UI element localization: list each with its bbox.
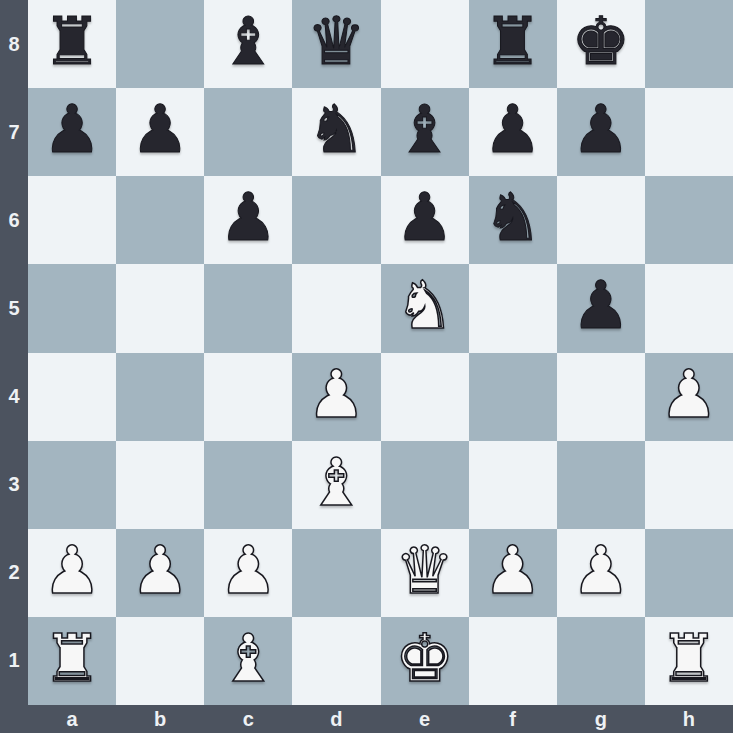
square-e7[interactable]: ♝ <box>381 88 469 176</box>
white-pawn-f2[interactable]: ♟ <box>483 538 542 604</box>
file-label-e: e <box>381 705 469 733</box>
square-h3[interactable] <box>645 441 733 529</box>
square-g5[interactable]: ♟ <box>557 264 645 352</box>
square-a5[interactable] <box>28 264 116 352</box>
rank-label-4: 4 <box>0 353 28 441</box>
white-bishop-d3[interactable]: ♝ <box>307 450 366 516</box>
black-pawn-g5[interactable]: ♟ <box>571 273 630 339</box>
square-h7[interactable] <box>645 88 733 176</box>
square-a4[interactable] <box>28 353 116 441</box>
black-knight-d7[interactable]: ♞ <box>307 97 366 163</box>
square-b6[interactable] <box>116 176 204 264</box>
square-f7[interactable]: ♟ <box>469 88 557 176</box>
black-queen-d8[interactable]: ♛ <box>307 9 366 75</box>
square-c4[interactable] <box>204 353 292 441</box>
square-f6[interactable]: ♞ <box>469 176 557 264</box>
black-knight-f6[interactable]: ♞ <box>483 185 542 251</box>
white-rook-h1[interactable]: ♜ <box>659 626 718 692</box>
square-c1[interactable]: ♝ <box>204 617 292 705</box>
square-d8[interactable]: ♛ <box>292 0 380 88</box>
file-label-f: f <box>469 705 557 733</box>
black-pawn-c6[interactable]: ♟ <box>219 185 278 251</box>
square-c7[interactable] <box>204 88 292 176</box>
white-queen-e2[interactable]: ♛ <box>395 538 454 604</box>
corner-cell <box>0 705 28 733</box>
square-c3[interactable] <box>204 441 292 529</box>
square-e3[interactable] <box>381 441 469 529</box>
square-d1[interactable] <box>292 617 380 705</box>
square-e5[interactable]: ♞ <box>381 264 469 352</box>
square-e1[interactable]: ♚ <box>381 617 469 705</box>
square-b4[interactable] <box>116 353 204 441</box>
square-a1[interactable]: ♜ <box>28 617 116 705</box>
white-knight-e5[interactable]: ♞ <box>395 273 454 339</box>
square-b1[interactable] <box>116 617 204 705</box>
square-g4[interactable] <box>557 353 645 441</box>
square-a3[interactable] <box>28 441 116 529</box>
square-g7[interactable]: ♟ <box>557 88 645 176</box>
black-pawn-g7[interactable]: ♟ <box>571 97 630 163</box>
rank-label-8: 8 <box>0 0 28 88</box>
square-c2[interactable]: ♟ <box>204 529 292 617</box>
rank-label-3: 3 <box>0 441 28 529</box>
square-a6[interactable] <box>28 176 116 264</box>
square-d6[interactable] <box>292 176 380 264</box>
square-h6[interactable] <box>645 176 733 264</box>
black-bishop-c8[interactable]: ♝ <box>219 9 278 75</box>
file-label-h: h <box>645 705 733 733</box>
square-d5[interactable] <box>292 264 380 352</box>
black-pawn-b7[interactable]: ♟ <box>131 97 190 163</box>
square-a7[interactable]: ♟ <box>28 88 116 176</box>
file-label-d: d <box>292 705 380 733</box>
square-f3[interactable] <box>469 441 557 529</box>
square-b7[interactable]: ♟ <box>116 88 204 176</box>
square-e6[interactable]: ♟ <box>381 176 469 264</box>
square-g1[interactable] <box>557 617 645 705</box>
square-a2[interactable]: ♟ <box>28 529 116 617</box>
black-king-g8[interactable]: ♚ <box>571 9 630 75</box>
rank-label-2: 2 <box>0 529 28 617</box>
square-h8[interactable] <box>645 0 733 88</box>
square-g2[interactable]: ♟ <box>557 529 645 617</box>
square-f1[interactable] <box>469 617 557 705</box>
white-pawn-g2[interactable]: ♟ <box>571 538 630 604</box>
black-pawn-f7[interactable]: ♟ <box>483 97 542 163</box>
white-pawn-a2[interactable]: ♟ <box>42 538 101 604</box>
white-pawn-h4[interactable]: ♟ <box>659 362 718 428</box>
square-c6[interactable]: ♟ <box>204 176 292 264</box>
square-e8[interactable] <box>381 0 469 88</box>
white-rook-a1[interactable]: ♜ <box>42 626 101 692</box>
rank-label-7: 7 <box>0 88 28 176</box>
white-king-e1[interactable]: ♚ <box>395 626 454 692</box>
square-h1[interactable]: ♜ <box>645 617 733 705</box>
square-b2[interactable]: ♟ <box>116 529 204 617</box>
square-b8[interactable] <box>116 0 204 88</box>
rank-label-6: 6 <box>0 176 28 264</box>
square-d3[interactable]: ♝ <box>292 441 380 529</box>
square-d2[interactable] <box>292 529 380 617</box>
square-g3[interactable] <box>557 441 645 529</box>
white-pawn-d4[interactable]: ♟ <box>307 362 366 428</box>
square-e2[interactable]: ♛ <box>381 529 469 617</box>
white-pawn-c2[interactable]: ♟ <box>219 538 278 604</box>
square-h4[interactable]: ♟ <box>645 353 733 441</box>
square-a8[interactable]: ♜ <box>28 0 116 88</box>
file-label-a: a <box>28 705 116 733</box>
square-f8[interactable]: ♜ <box>469 0 557 88</box>
square-c8[interactable]: ♝ <box>204 0 292 88</box>
black-pawn-e6[interactable]: ♟ <box>395 185 454 251</box>
black-bishop-e7[interactable]: ♝ <box>395 97 454 163</box>
square-g6[interactable] <box>557 176 645 264</box>
white-pawn-b2[interactable]: ♟ <box>131 538 190 604</box>
square-d7[interactable]: ♞ <box>292 88 380 176</box>
rank-label-5: 5 <box>0 264 28 352</box>
black-rook-a8[interactable]: ♜ <box>42 9 101 75</box>
black-rook-f8[interactable]: ♜ <box>483 9 542 75</box>
file-label-b: b <box>116 705 204 733</box>
square-h2[interactable] <box>645 529 733 617</box>
chess-board: 8♜♝♛♜♚7♟♟♞♝♟♟6♟♟♞5♞♟4♟♟3♝2♟♟♟♛♟♟1♜♝♚♜abc… <box>0 0 733 733</box>
rank-label-1: 1 <box>0 617 28 705</box>
square-g8[interactable]: ♚ <box>557 0 645 88</box>
square-e4[interactable] <box>381 353 469 441</box>
square-b3[interactable] <box>116 441 204 529</box>
square-c5[interactable] <box>204 264 292 352</box>
square-h5[interactable] <box>645 264 733 352</box>
square-f4[interactable] <box>469 353 557 441</box>
file-label-g: g <box>557 705 645 733</box>
black-pawn-a7[interactable]: ♟ <box>42 97 101 163</box>
square-d4[interactable]: ♟ <box>292 353 380 441</box>
square-b5[interactable] <box>116 264 204 352</box>
white-bishop-c1[interactable]: ♝ <box>219 626 278 692</box>
square-f2[interactable]: ♟ <box>469 529 557 617</box>
square-f5[interactable] <box>469 264 557 352</box>
file-label-c: c <box>204 705 292 733</box>
